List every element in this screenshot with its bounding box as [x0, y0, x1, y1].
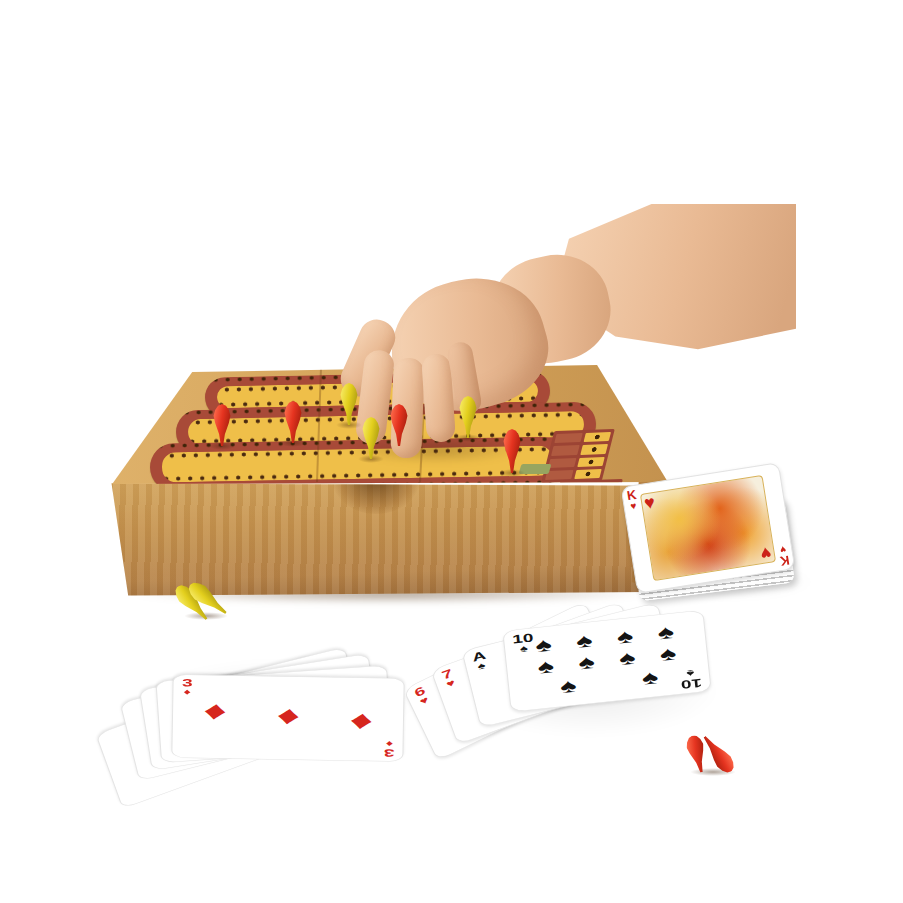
game-count-grid: [541, 429, 615, 483]
scene: K ♥ ♥ ♥ K ♥ J ♦ 6 ♠: [0, 0, 903, 903]
heart-pip: ♥: [643, 493, 656, 512]
diamond-pips: ♦♦♦: [200, 693, 376, 743]
card-index: K ♥: [626, 489, 639, 511]
card-index: 3 ♦: [384, 740, 395, 758]
finger-notch: [332, 480, 420, 514]
card-index: A ♠: [471, 650, 489, 672]
card-index: 10 ♠: [679, 668, 702, 690]
board-box-front: [100, 476, 675, 598]
card-index: K ♥: [777, 545, 790, 567]
heart-pip: ♥: [760, 543, 773, 562]
card-index: 6 ♥: [413, 685, 431, 707]
left-card-fan: J ♦ 6 ♠ 7 ♠ 3 ♦ ♦♦♦ 3: [110, 612, 430, 772]
right-card-fan: 6 ♥ ♥ 7 ♥ ♥ A ♠ ♠ 10 ♠ ♠♠♠♠♠♠♠♠♠♠: [420, 585, 720, 755]
card-index: 7 ♥: [440, 668, 457, 690]
king-artwork: ♥ ♥: [640, 475, 776, 581]
card-three-of-diamonds[interactable]: 3 ♦ ♦♦♦ 3 ♦: [171, 674, 404, 762]
card-index: 3 ♦: [181, 678, 192, 696]
spade-pips: ♠♠♠♠♠♠♠♠♠♠: [522, 620, 692, 700]
